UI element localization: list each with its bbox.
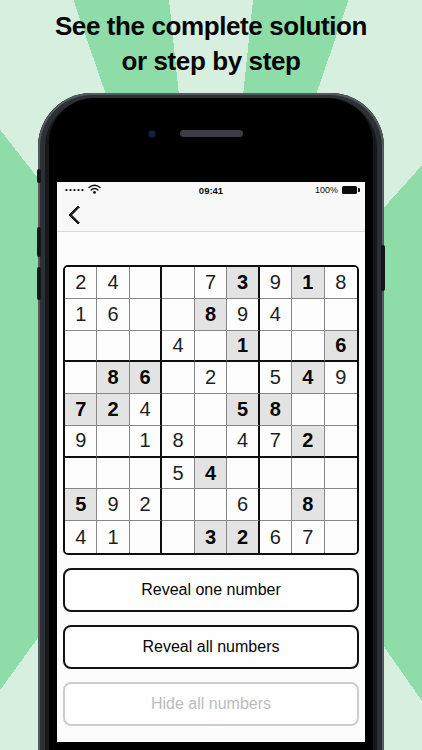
chevron-left-icon <box>68 205 88 225</box>
cell-r6c8[interactable]: 2 <box>292 426 324 458</box>
cell-r7c7[interactable] <box>260 458 292 490</box>
cell-r8c3[interactable]: 2 <box>130 489 162 521</box>
cell-r8c8[interactable]: 8 <box>292 489 324 521</box>
cell-r6c7[interactable]: 7 <box>260 426 292 458</box>
cell-r6c1[interactable]: 9 <box>65 426 97 458</box>
cell-r1c8[interactable]: 1 <box>292 267 324 299</box>
title-line-1: See the complete solution <box>0 9 422 44</box>
cell-r5c9[interactable] <box>325 394 357 426</box>
cell-r4c1[interactable] <box>65 362 97 394</box>
cellular-signal-icon: ••••• <box>65 186 85 194</box>
phone-mockup: ••••• 09:41 100% <box>38 93 384 750</box>
hide-all-numbers-button[interactable]: Hide all numbers <box>63 682 359 726</box>
cell-r8c4[interactable] <box>162 489 194 521</box>
cell-r1c3[interactable] <box>130 267 162 299</box>
cell-r7c8[interactable] <box>292 458 324 490</box>
cell-r6c6[interactable]: 4 <box>227 426 259 458</box>
cell-r4c5[interactable]: 2 <box>195 362 227 394</box>
cell-r9c2[interactable]: 1 <box>97 521 129 553</box>
title-line-2: or step by step <box>0 44 422 79</box>
cell-r2c1[interactable]: 1 <box>65 299 97 331</box>
cell-r7c5[interactable]: 4 <box>195 458 227 490</box>
cell-r6c4[interactable]: 8 <box>162 426 194 458</box>
cell-r5c7[interactable]: 8 <box>260 394 292 426</box>
cell-r2c7[interactable]: 4 <box>260 299 292 331</box>
cell-r3c3[interactable] <box>130 331 162 363</box>
cell-r7c4[interactable]: 5 <box>162 458 194 490</box>
cell-r9c1[interactable]: 4 <box>65 521 97 553</box>
cell-r9c7[interactable]: 6 <box>260 521 292 553</box>
cell-r4c2[interactable]: 8 <box>97 362 129 394</box>
cell-r7c2[interactable] <box>97 458 129 490</box>
wifi-icon <box>88 184 101 196</box>
status-bar: ••••• 09:41 100% <box>57 182 365 198</box>
reveal-one-number-button[interactable]: Reveal one number <box>63 568 359 612</box>
cell-r5c5[interactable] <box>195 394 227 426</box>
status-time: 09:41 <box>199 185 223 196</box>
cell-r1c4[interactable] <box>162 267 194 299</box>
cell-r5c1[interactable]: 7 <box>65 394 97 426</box>
nav-bar <box>57 198 365 232</box>
cell-r9c3[interactable] <box>130 521 162 553</box>
cell-r8c6[interactable]: 6 <box>227 489 259 521</box>
cell-r8c9[interactable] <box>325 489 357 521</box>
cell-r5c4[interactable] <box>162 394 194 426</box>
cell-r1c9[interactable]: 8 <box>325 267 357 299</box>
cell-r5c2[interactable]: 2 <box>97 394 129 426</box>
main-content: 2473918168944168625497245891847254592684… <box>57 265 365 726</box>
cell-r7c3[interactable] <box>130 458 162 490</box>
cell-r3c9[interactable]: 6 <box>325 331 357 363</box>
cell-r3c5[interactable] <box>195 331 227 363</box>
app-store-screenshot: See the complete solution or step by ste… <box>0 0 422 750</box>
cell-r5c6[interactable]: 5 <box>227 394 259 426</box>
app-screen: ••••• 09:41 100% <box>57 182 365 742</box>
cell-r9c5[interactable]: 3 <box>195 521 227 553</box>
cell-r9c6[interactable]: 2 <box>227 521 259 553</box>
volume-up-button <box>37 227 41 257</box>
cell-r2c4[interactable] <box>162 299 194 331</box>
cell-r3c2[interactable] <box>97 331 129 363</box>
cell-r3c8[interactable] <box>292 331 324 363</box>
cell-r1c2[interactable]: 4 <box>97 267 129 299</box>
cell-r3c7[interactable] <box>260 331 292 363</box>
front-camera <box>148 130 156 138</box>
cell-r1c5[interactable]: 7 <box>195 267 227 299</box>
sudoku-grid: 2473918168944168625497245891847254592684… <box>63 265 359 555</box>
page-title: See the complete solution or step by ste… <box>0 9 422 79</box>
reveal-all-numbers-button[interactable]: Reveal all numbers <box>63 625 359 669</box>
cell-r7c9[interactable] <box>325 458 357 490</box>
cell-r8c2[interactable]: 9 <box>97 489 129 521</box>
cell-r4c6[interactable] <box>227 362 259 394</box>
cell-r3c6[interactable]: 1 <box>227 331 259 363</box>
cell-r4c7[interactable]: 5 <box>260 362 292 394</box>
cell-r4c4[interactable] <box>162 362 194 394</box>
cell-r5c3[interactable]: 4 <box>130 394 162 426</box>
cell-r2c6[interactable]: 9 <box>227 299 259 331</box>
cell-r6c2[interactable] <box>97 426 129 458</box>
cell-r4c9[interactable]: 9 <box>325 362 357 394</box>
cell-r7c1[interactable] <box>65 458 97 490</box>
cell-r2c8[interactable] <box>292 299 324 331</box>
cell-r2c2[interactable]: 6 <box>97 299 129 331</box>
status-left: ••••• <box>65 184 199 196</box>
cell-r7c6[interactable] <box>227 458 259 490</box>
volume-down-button <box>37 267 41 300</box>
cell-r3c4[interactable]: 4 <box>162 331 194 363</box>
cell-r4c8[interactable]: 4 <box>292 362 324 394</box>
cell-r8c5[interactable] <box>195 489 227 521</box>
power-button <box>381 245 385 291</box>
back-button[interactable] <box>57 204 95 226</box>
cell-r6c3[interactable]: 1 <box>130 426 162 458</box>
cell-r9c9[interactable] <box>325 521 357 553</box>
cell-r1c7[interactable]: 9 <box>260 267 292 299</box>
battery-icon <box>342 186 357 194</box>
cell-r9c8[interactable]: 7 <box>292 521 324 553</box>
cell-r1c6[interactable]: 3 <box>227 267 259 299</box>
cell-r9c4[interactable] <box>162 521 194 553</box>
earpiece-speaker <box>180 130 243 137</box>
battery-percent: 100% <box>315 185 338 195</box>
cell-r8c7[interactable] <box>260 489 292 521</box>
cell-r2c5[interactable]: 8 <box>195 299 227 331</box>
cell-r3c1[interactable] <box>65 331 97 363</box>
cell-r4c3[interactable]: 6 <box>130 362 162 394</box>
cell-r1c1[interactable]: 2 <box>65 267 97 299</box>
cell-r2c9[interactable] <box>325 299 357 331</box>
cell-r2c3[interactable] <box>130 299 162 331</box>
cell-r6c9[interactable] <box>325 426 357 458</box>
cell-r5c8[interactable] <box>292 394 324 426</box>
status-right: 100% <box>223 185 357 195</box>
cell-r8c1[interactable]: 5 <box>65 489 97 521</box>
mute-switch <box>37 169 41 183</box>
cell-r6c5[interactable] <box>195 426 227 458</box>
